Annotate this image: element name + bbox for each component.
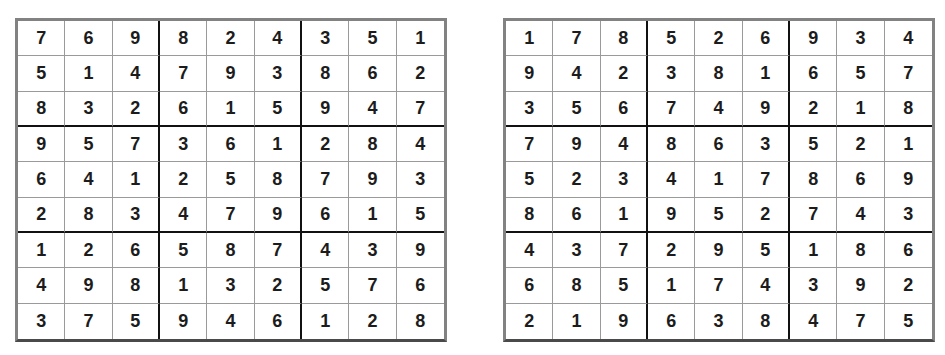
sudoku-cell-r2c3: 4: [113, 56, 160, 91]
sudoku-cell-r2c8: 6: [349, 56, 396, 91]
sudoku-cell-r7c1: 1: [18, 233, 65, 268]
sudoku-cell-r3c5: 1: [207, 92, 254, 127]
sudoku-cell-r4c2: 9: [553, 127, 600, 162]
sudoku-cell-r9c6: 8: [743, 304, 790, 339]
sudoku-cell-r3c9: 8: [885, 92, 932, 127]
sudoku-cell-r9c3: 5: [113, 304, 160, 339]
sudoku-cell-r4c4: 8: [648, 127, 695, 162]
sudoku-cell-r2c2: 1: [65, 56, 112, 91]
sudoku-cell-r4c3: 7: [113, 127, 160, 162]
sudoku-cell-r5c1: 6: [18, 162, 65, 197]
sudoku-cell-r2c8: 5: [837, 56, 884, 91]
sudoku-cell-r7c5: 9: [695, 233, 742, 268]
sudoku-cell-r3c4: 7: [648, 92, 695, 127]
sudoku-cell-r8c3: 8: [113, 268, 160, 303]
sudoku-cell-r1c1: 7: [18, 21, 65, 56]
sudoku-cell-r2c9: 7: [885, 56, 932, 91]
sudoku-cell-r4c7: 2: [302, 127, 349, 162]
sudoku-cell-r7c7: 1: [790, 233, 837, 268]
sudoku-cell-r3c9: 7: [397, 92, 444, 127]
sudoku-cell-r4c5: 6: [207, 127, 254, 162]
sudoku-cell-r2c7: 8: [302, 56, 349, 91]
sudoku-cell-r9c1: 3: [18, 304, 65, 339]
sudoku-cell-r6c5: 7: [207, 198, 254, 233]
sudoku-cell-r2c6: 1: [743, 56, 790, 91]
sudoku-cell-r9c8: 7: [837, 304, 884, 339]
sudoku-cell-r8c5: 3: [207, 268, 254, 303]
sudoku-cell-r1c8: 3: [837, 21, 884, 56]
sudoku-cell-r9c9: 8: [397, 304, 444, 339]
sudoku-cell-r4c6: 3: [743, 127, 790, 162]
sudoku-cell-r7c8: 3: [349, 233, 396, 268]
sudoku-cell-r2c5: 8: [695, 56, 742, 91]
sudoku-cell-r5c1: 5: [506, 162, 553, 197]
sudoku-cell-r6c2: 6: [553, 198, 600, 233]
sudoku-cell-r1c4: 5: [648, 21, 695, 56]
sudoku-cell-r7c6: 5: [743, 233, 790, 268]
sudoku-cell-r8c5: 7: [695, 268, 742, 303]
sudoku-cell-r3c3: 2: [113, 92, 160, 127]
sudoku-cell-r3c4: 6: [160, 92, 207, 127]
sudoku-cell-r6c4: 4: [160, 198, 207, 233]
sudoku-cell-r8c9: 6: [397, 268, 444, 303]
sudoku-cell-r5c3: 1: [113, 162, 160, 197]
sudoku-cell-r8c3: 5: [601, 268, 648, 303]
sudoku-cell-r1c1: 1: [506, 21, 553, 56]
sudoku-cell-r9c5: 4: [207, 304, 254, 339]
sudoku-cell-r2c1: 5: [18, 56, 65, 91]
sudoku-cell-r5c5: 1: [695, 162, 742, 197]
sudoku-cell-r3c6: 5: [255, 92, 302, 127]
sudoku-cell-r8c8: 7: [349, 268, 396, 303]
page: 7698243515147938628326159479573612846412…: [0, 0, 945, 355]
sudoku-cell-r1c7: 3: [302, 21, 349, 56]
sudoku-cell-r5c9: 9: [885, 162, 932, 197]
sudoku-cell-r1c2: 6: [65, 21, 112, 56]
sudoku-cell-r1c5: 2: [207, 21, 254, 56]
sudoku-cell-r3c7: 9: [302, 92, 349, 127]
sudoku-cell-r3c8: 1: [837, 92, 884, 127]
sudoku-cell-r9c2: 1: [553, 304, 600, 339]
sudoku-cell-r4c5: 6: [695, 127, 742, 162]
sudoku-cell-r5c2: 4: [65, 162, 112, 197]
sudoku-cell-r1c8: 5: [349, 21, 396, 56]
sudoku-cell-r5c4: 4: [648, 162, 695, 197]
sudoku-cell-r1c6: 4: [255, 21, 302, 56]
sudoku-cell-r5c8: 6: [837, 162, 884, 197]
sudoku-cell-r1c3: 9: [113, 21, 160, 56]
sudoku-cell-r6c3: 1: [601, 198, 648, 233]
sudoku-cell-r6c6: 9: [255, 198, 302, 233]
sudoku-cell-r5c4: 2: [160, 162, 207, 197]
sudoku-cell-r3c5: 4: [695, 92, 742, 127]
sudoku-cell-r4c2: 5: [65, 127, 112, 162]
sudoku-cell-r1c9: 1: [397, 21, 444, 56]
sudoku-cell-r6c8: 1: [349, 198, 396, 233]
sudoku-cell-r5c6: 8: [255, 162, 302, 197]
sudoku-cell-r4c1: 7: [506, 127, 553, 162]
sudoku-cell-r7c3: 7: [601, 233, 648, 268]
sudoku-cell-r2c2: 4: [553, 56, 600, 91]
sudoku-cell-r7c8: 8: [837, 233, 884, 268]
sudoku-cell-r2c6: 3: [255, 56, 302, 91]
sudoku-cell-r9c8: 2: [349, 304, 396, 339]
sudoku-cell-r1c3: 8: [601, 21, 648, 56]
sudoku-cell-r3c3: 6: [601, 92, 648, 127]
sudoku-cell-r4c8: 2: [837, 127, 884, 162]
sudoku-cell-r4c9: 4: [397, 127, 444, 162]
sudoku-cell-r7c3: 6: [113, 233, 160, 268]
sudoku-cell-r6c3: 3: [113, 198, 160, 233]
sudoku-cell-r1c4: 8: [160, 21, 207, 56]
sudoku-cell-r6c6: 2: [743, 198, 790, 233]
sudoku-cell-r7c7: 4: [302, 233, 349, 268]
sudoku-cell-r8c7: 3: [790, 268, 837, 303]
sudoku-cell-r2c4: 7: [160, 56, 207, 91]
sudoku-cell-r5c7: 8: [790, 162, 837, 197]
sudoku-cell-r2c9: 2: [397, 56, 444, 91]
sudoku-cell-r3c7: 2: [790, 92, 837, 127]
sudoku-cell-r3c2: 5: [553, 92, 600, 127]
sudoku-cell-r7c4: 5: [160, 233, 207, 268]
sudoku-cell-r6c7: 7: [790, 198, 837, 233]
sudoku-cell-r9c1: 2: [506, 304, 553, 339]
sudoku-cell-r5c8: 9: [349, 162, 396, 197]
sudoku-cell-r7c5: 8: [207, 233, 254, 268]
sudoku-cell-r9c7: 1: [302, 304, 349, 339]
sudoku-cell-r4c8: 8: [349, 127, 396, 162]
sudoku-cell-r5c5: 5: [207, 162, 254, 197]
sudoku-cell-r1c2: 7: [553, 21, 600, 56]
sudoku-cell-r6c1: 2: [18, 198, 65, 233]
sudoku-cell-r3c2: 3: [65, 92, 112, 127]
sudoku-board-left: 7698243515147938628326159479573612846412…: [15, 18, 447, 342]
sudoku-cell-r8c4: 1: [648, 268, 695, 303]
sudoku-cell-r8c2: 8: [553, 268, 600, 303]
sudoku-cell-r9c4: 6: [648, 304, 695, 339]
sudoku-cell-r8c1: 6: [506, 268, 553, 303]
sudoku-cell-r1c9: 4: [885, 21, 932, 56]
sudoku-cell-r7c2: 2: [65, 233, 112, 268]
sudoku-cell-r7c6: 7: [255, 233, 302, 268]
sudoku-cell-r6c9: 5: [397, 198, 444, 233]
sudoku-cell-r5c9: 3: [397, 162, 444, 197]
sudoku-cell-r6c7: 6: [302, 198, 349, 233]
sudoku-cell-r3c8: 4: [349, 92, 396, 127]
sudoku-cell-r4c7: 5: [790, 127, 837, 162]
sudoku-cell-r2c7: 6: [790, 56, 837, 91]
sudoku-cell-r8c8: 9: [837, 268, 884, 303]
sudoku-cell-r9c9: 5: [885, 304, 932, 339]
sudoku-cell-r1c7: 9: [790, 21, 837, 56]
sudoku-cell-r4c3: 4: [601, 127, 648, 162]
sudoku-cell-r9c7: 4: [790, 304, 837, 339]
sudoku-cell-r6c9: 3: [885, 198, 932, 233]
sudoku-cell-r9c4: 9: [160, 304, 207, 339]
sudoku-cell-r9c5: 3: [695, 304, 742, 339]
sudoku-cell-r6c1: 8: [506, 198, 553, 233]
sudoku-cell-r2c1: 9: [506, 56, 553, 91]
sudoku-cell-r9c2: 7: [65, 304, 112, 339]
sudoku-cell-r2c3: 2: [601, 56, 648, 91]
sudoku-cell-r8c1: 4: [18, 268, 65, 303]
sudoku-cell-r8c4: 1: [160, 268, 207, 303]
sudoku-cell-r6c5: 5: [695, 198, 742, 233]
sudoku-cell-r9c6: 6: [255, 304, 302, 339]
sudoku-cell-r2c4: 3: [648, 56, 695, 91]
sudoku-cell-r5c2: 2: [553, 162, 600, 197]
sudoku-cell-r9c3: 9: [601, 304, 648, 339]
sudoku-cell-r7c9: 6: [885, 233, 932, 268]
sudoku-cell-r1c5: 2: [695, 21, 742, 56]
sudoku-cell-r7c2: 3: [553, 233, 600, 268]
sudoku-cell-r6c2: 8: [65, 198, 112, 233]
sudoku-cell-r5c7: 7: [302, 162, 349, 197]
sudoku-cell-r4c1: 9: [18, 127, 65, 162]
sudoku-cell-r8c7: 5: [302, 268, 349, 303]
sudoku-cell-r8c6: 2: [255, 268, 302, 303]
sudoku-cell-r8c9: 2: [885, 268, 932, 303]
sudoku-cell-r1c6: 6: [743, 21, 790, 56]
sudoku-cell-r8c2: 9: [65, 268, 112, 303]
sudoku-cell-r3c6: 9: [743, 92, 790, 127]
sudoku-cell-r3c1: 3: [506, 92, 553, 127]
sudoku-cell-r5c3: 3: [601, 162, 648, 197]
sudoku-cell-r6c4: 9: [648, 198, 695, 233]
sudoku-cell-r7c4: 2: [648, 233, 695, 268]
sudoku-cell-r3c1: 8: [18, 92, 65, 127]
sudoku-cell-r4c4: 3: [160, 127, 207, 162]
sudoku-cell-r7c9: 9: [397, 233, 444, 268]
sudoku-cell-r6c8: 4: [837, 198, 884, 233]
sudoku-cell-r2c5: 9: [207, 56, 254, 91]
sudoku-board-right: 1785269349423816573567492187948635215234…: [503, 18, 935, 342]
sudoku-cell-r5c6: 7: [743, 162, 790, 197]
sudoku-cell-r4c9: 1: [885, 127, 932, 162]
sudoku-cell-r8c6: 4: [743, 268, 790, 303]
sudoku-cell-r7c1: 4: [506, 233, 553, 268]
sudoku-cell-r4c6: 1: [255, 127, 302, 162]
